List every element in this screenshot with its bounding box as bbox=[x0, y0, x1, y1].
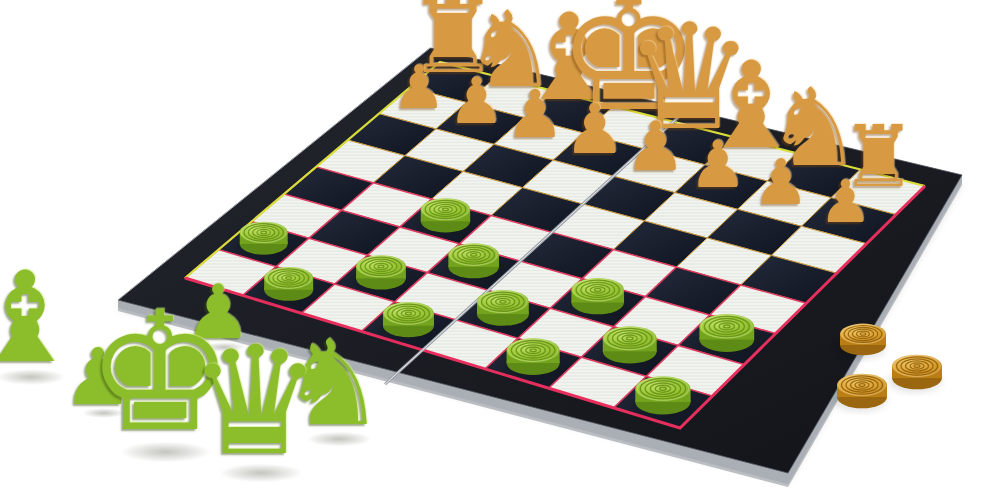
green-checker[interactable] bbox=[474, 290, 529, 328]
wooden-pawn[interactable]: ♟ bbox=[819, 172, 872, 231]
wood-checker[interactable] bbox=[837, 324, 886, 358]
green-checker[interactable] bbox=[353, 255, 406, 292]
green-queen[interactable]: ♛ bbox=[188, 326, 322, 476]
green-checker[interactable] bbox=[632, 376, 691, 417]
wooden-pawn[interactable]: ♟ bbox=[448, 69, 505, 133]
wooden-pawn[interactable]: ♟ bbox=[392, 57, 446, 117]
product-photo-scene: ♜♞♝♚♛♝♞♜♟♟♟♟♟♟♟♟♝♟♚♟♛♞ bbox=[0, 0, 1000, 489]
green-checker[interactable] bbox=[568, 278, 624, 317]
wooden-pawn[interactable]: ♟ bbox=[564, 95, 626, 164]
green-checker[interactable] bbox=[503, 338, 559, 377]
wooden-pawn[interactable]: ♟ bbox=[625, 113, 686, 181]
wood-checker[interactable] bbox=[889, 355, 942, 392]
green-checker[interactable] bbox=[418, 198, 471, 235]
wooden-pawn[interactable]: ♟ bbox=[505, 82, 564, 148]
green-checker[interactable] bbox=[696, 314, 754, 354]
green-checker[interactable] bbox=[380, 302, 434, 340]
wooden-pawn[interactable]: ♟ bbox=[689, 132, 747, 197]
green-checker[interactable] bbox=[445, 243, 499, 280]
wooden-pawn[interactable]: ♟ bbox=[753, 151, 809, 214]
green-checker[interactable] bbox=[599, 326, 656, 366]
green-checker[interactable] bbox=[237, 222, 288, 258]
wood-checker[interactable] bbox=[834, 374, 887, 411]
green-checker[interactable] bbox=[261, 267, 313, 303]
